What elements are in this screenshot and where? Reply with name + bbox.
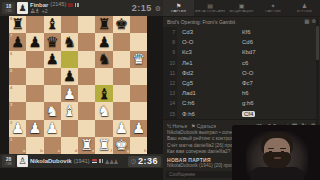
black-move[interactable]: Сd6: [237, 39, 297, 45]
white-move[interactable]: Сd3: [177, 29, 237, 35]
white-move[interactable]: Ф:h6: [177, 111, 237, 117]
move-number: 11: [163, 68, 177, 78]
square-f8[interactable]: ♜: [95, 16, 112, 33]
square-h6[interactable]: ♛: [130, 51, 147, 68]
square-a6[interactable]: 6: [9, 51, 26, 68]
black-move[interactable]: Кf6: [237, 29, 297, 35]
square-d5[interactable]: ♟: [61, 68, 78, 85]
move-list: 7Сd3Кf68О-ОСd69Кc3Кbd710Лe1c611Фd2О-О12С…: [163, 27, 320, 119]
top-player-rating: (2145): [50, 2, 66, 8]
piece-wP-c2: ♟: [44, 120, 61, 137]
move-number: 14: [163, 98, 177, 108]
black-move[interactable]: c6: [237, 60, 297, 66]
move-number: 13: [163, 88, 177, 98]
white-move[interactable]: Сg5: [177, 80, 237, 86]
chess-board[interactable]: 8♜♝♜♚7♟♟♛♞♟6♟♞♛5♟4♟♝3♞♝♞2♟♟♟♟♟1abcde♜f♜g…: [9, 16, 147, 154]
rank-coordinate: 7: [10, 34, 12, 38]
panel-tabs: ⚑ПАРТИЯ▤МЕТА-ОПИСАНИЕ▣МОДЕРАЦИЯ✦ПАРТИИ♟И…: [163, 0, 320, 17]
file-coordinate: g: [127, 149, 129, 153]
move-number: 9: [163, 47, 177, 57]
streamer-mouth: [274, 157, 281, 159]
avatar-piece-icon: ♙: [18, 157, 26, 166]
square-c3[interactable]: ♞: [44, 102, 61, 119]
list-icon: ▤: [207, 3, 213, 9]
black-move[interactable]: Сf4: [237, 111, 297, 117]
piece-bB-c8: ♝: [44, 16, 61, 33]
square-c1[interactable]: c: [44, 137, 61, 154]
top-player-flag-icon: [68, 3, 73, 7]
tab-игроки[interactable]: ♟ИГРОКИ: [289, 0, 320, 16]
square-a5[interactable]: 5: [9, 68, 26, 85]
square-d1[interactable]: d: [61, 137, 78, 154]
square-e4[interactable]: [78, 85, 95, 102]
move-row: 7Сd3Кf6: [163, 27, 320, 37]
square-d4[interactable]: ♟: [61, 85, 78, 102]
rank-coordinate: 4: [10, 86, 12, 90]
square-b1[interactable]: b: [26, 137, 43, 154]
piece-wN-f3: ♞: [95, 102, 112, 119]
piece-bP-c6: ♟: [44, 51, 61, 68]
square-g3[interactable]: [113, 102, 130, 119]
square-b3[interactable]: [26, 102, 43, 119]
square-d3[interactable]: ♝: [61, 102, 78, 119]
opening-row: Bird's Opening: From's Gambit ▦ ⊗: [163, 17, 320, 27]
square-f2[interactable]: [95, 120, 112, 137]
move-row: 10Лe1c6: [163, 58, 320, 68]
square-h7[interactable]: [130, 33, 147, 50]
file-coordinate: f: [110, 149, 111, 153]
tab-модерация[interactable]: ▣МОДЕРАЦИЯ: [226, 0, 257, 16]
top-avatar: ♟: [17, 2, 28, 14]
square-g1[interactable]: g♚: [113, 137, 130, 154]
square-e7[interactable]: [78, 33, 95, 50]
square-g4[interactable]: [113, 85, 130, 102]
black-move[interactable]: Кbd7: [237, 49, 297, 55]
bottom-player-flag-icon: [92, 159, 97, 163]
square-f1[interactable]: f♜: [95, 137, 112, 154]
square-d7[interactable]: ♞: [61, 33, 78, 50]
move-row: 8О-ОСd6: [163, 37, 320, 47]
square-h4[interactable]: [130, 85, 147, 102]
square-c7[interactable]: ♛: [44, 33, 61, 50]
bottom-signal-bars-icon: [99, 159, 103, 163]
white-move[interactable]: Лad1: [177, 90, 237, 96]
square-d8[interactable]: [61, 16, 78, 33]
square-a2[interactable]: 2♟: [9, 120, 26, 137]
bottom-player-bar: 28 #88 ♙ NikolaDubovik (1941) ♟♟♟ ◷ 2:36: [0, 154, 163, 168]
bottom-captured-pieces: ♟♟♟: [105, 158, 118, 165]
piece-bB-f4: ♝: [95, 85, 112, 102]
square-e6[interactable]: [78, 51, 95, 68]
square-g6[interactable]: [113, 51, 130, 68]
app-window: 18 #20 ♟ Finbar (2145) ♙♗ +2 2:15 ⚙ 8♜♝♜…: [0, 0, 320, 180]
piece-wP-h2: ♟: [130, 120, 147, 137]
square-c6[interactable]: ♟: [44, 51, 61, 68]
rank-coordinate: 2: [10, 121, 12, 125]
top-player-info: Finbar (2145) ♙♗ +2: [30, 2, 79, 14]
piece-bP-d5: ♟: [61, 68, 78, 85]
piece-wQ-h6: ♛: [130, 51, 147, 68]
square-c5[interactable]: [44, 68, 61, 85]
move-row: 9Кc3Кbd7: [163, 47, 320, 57]
square-d2[interactable]: [61, 120, 78, 137]
file-coordinate: e: [92, 149, 94, 153]
move-row: 11Фd2О-О: [163, 68, 320, 78]
square-b6[interactable]: [26, 51, 43, 68]
move-row: 12Сg5Фc7: [163, 78, 320, 88]
square-g7[interactable]: [113, 33, 130, 50]
square-e8[interactable]: [78, 16, 95, 33]
file-coordinate: h: [144, 149, 146, 153]
rank-coordinate: 5: [10, 69, 12, 73]
rank-coordinate: 6: [10, 52, 12, 56]
white-move[interactable]: Фd2: [177, 70, 237, 76]
piece-bR-f8: ♜: [95, 16, 112, 33]
square-a1[interactable]: 1a: [9, 137, 26, 154]
move-number: 15: [163, 109, 177, 119]
streamer-beard: [263, 152, 291, 168]
avatar-piece-icon: ♟: [18, 4, 26, 13]
square-h5[interactable]: [130, 68, 147, 85]
square-f4[interactable]: ♝: [95, 85, 112, 102]
tab-партия[interactable]: ⚑ПАРТИЯ: [163, 0, 194, 16]
square-b7[interactable]: ♟: [26, 33, 43, 50]
board-icon: ▣: [239, 3, 245, 9]
square-e3[interactable]: [78, 102, 95, 119]
square-h3[interactable]: [130, 102, 147, 119]
square-d6[interactable]: [61, 51, 78, 68]
rank-coordinate: 1: [10, 138, 12, 142]
black-move[interactable]: О-О: [237, 70, 297, 76]
square-f6[interactable]: ♞: [95, 51, 112, 68]
white-move[interactable]: Кc3: [177, 49, 237, 55]
clock-icon: ◷: [131, 158, 136, 164]
move-number: 8: [163, 37, 177, 47]
file-coordinate: c: [58, 149, 60, 153]
square-b5[interactable]: [26, 68, 43, 85]
top-player-badge: 18 #20: [2, 2, 15, 14]
top-material-advantage: +2: [42, 9, 48, 14]
opening-name: Bird's Opening: From's Gambit: [167, 19, 302, 25]
tab-партии[interactable]: ✦ПАРТИИ: [257, 0, 288, 16]
square-f5[interactable]: [95, 68, 112, 85]
top-signal-bars-icon: [75, 3, 79, 7]
bottom-player-clock: 2:36: [138, 156, 158, 166]
file-coordinate: a: [23, 149, 25, 153]
square-b8[interactable]: [26, 16, 43, 33]
piece-wN-c3: ♞: [44, 102, 61, 119]
piece-wP-b2: ♟: [26, 120, 43, 137]
piece-bN-d7: ♞: [61, 33, 78, 50]
top-player-clock: 2:15: [132, 3, 152, 13]
player-icon: ♟: [302, 3, 307, 9]
piece-bP-b7: ♟: [26, 33, 43, 50]
bottom-player-badge: 28 #88: [2, 155, 15, 167]
square-e5[interactable]: [78, 68, 95, 85]
top-badge-sub: #20: [5, 9, 12, 13]
top-captured-pieces: ♙♗: [30, 8, 39, 14]
move-number: 10: [163, 58, 177, 68]
piece-bQ-c7: ♛: [44, 33, 61, 50]
rank-coordinate: 8: [10, 17, 12, 21]
square-e1[interactable]: e♜: [78, 137, 95, 154]
square-e2[interactable]: [78, 120, 95, 137]
square-g8[interactable]: ♚: [113, 16, 130, 33]
star-icon: ✦: [270, 3, 275, 9]
black-move[interactable]: h6: [237, 90, 297, 96]
square-c4[interactable]: [44, 85, 61, 102]
white-move[interactable]: О-О: [177, 39, 237, 45]
move-number: 12: [163, 78, 177, 88]
move-row: 15Ф:h6Сf4: [163, 109, 320, 119]
move-row: 13Лad1h6: [163, 88, 320, 98]
board-settings-gear-icon[interactable]: ⚙: [155, 5, 161, 12]
piece-bN-f6: ♞: [95, 51, 112, 68]
webcam-overlay: [232, 125, 320, 180]
square-g5[interactable]: [113, 68, 130, 85]
bottom-badge-sub: #88: [5, 162, 12, 166]
file-coordinate: b: [40, 149, 42, 153]
square-b2[interactable]: ♟: [26, 120, 43, 137]
piece-bK-g8: ♚: [113, 16, 130, 33]
copy-board-icon[interactable]: ▦: [304, 19, 309, 25]
piece-wP-g2: ♟: [113, 120, 130, 137]
top-player-bar: 18 #20 ♟ Finbar (2145) ♙♗ +2 2:15 ⚙: [0, 0, 163, 16]
flag-icon: ⚑: [176, 3, 181, 9]
bottom-player-name[interactable]: NikolaDubovik: [30, 158, 72, 164]
square-c2[interactable]: ♟: [44, 120, 61, 137]
square-f3[interactable]: ♞: [95, 102, 112, 119]
square-b4[interactable]: [26, 85, 43, 102]
bottom-player-rating: (1941): [74, 158, 90, 164]
square-g2[interactable]: ♟: [113, 120, 130, 137]
square-a4[interactable]: 4: [9, 85, 26, 102]
bottom-avatar: ♙: [17, 155, 28, 167]
piece-bP-f7: ♟: [95, 33, 112, 50]
move-number: 7: [163, 27, 177, 37]
square-a3[interactable]: 3: [9, 102, 26, 119]
rank-coordinate: 3: [10, 103, 12, 107]
piece-wB-d3: ♝: [61, 102, 78, 119]
square-c8[interactable]: ♝: [44, 16, 61, 33]
white-move[interactable]: Лe1: [177, 60, 237, 66]
square-h8[interactable]: [130, 16, 147, 33]
square-a8[interactable]: 8♜: [9, 16, 26, 33]
piece-wP-d4: ♟: [61, 85, 78, 102]
tab-мета-описание[interactable]: ▤МЕТА-ОПИСАНИЕ: [194, 0, 225, 16]
move-row: 14С:h6g:h6: [163, 98, 320, 108]
file-coordinate: d: [75, 149, 77, 153]
square-h2[interactable]: ♟: [130, 120, 147, 137]
bottom-clock-box: ◷ 2:36: [128, 156, 161, 167]
square-f7[interactable]: ♟: [95, 33, 112, 50]
square-h1[interactable]: h: [130, 137, 147, 154]
streamer-torso: [250, 167, 304, 180]
black-move[interactable]: Фc7: [237, 80, 297, 86]
white-move[interactable]: С:h6: [177, 100, 237, 106]
square-a7[interactable]: 7♟: [9, 33, 26, 50]
black-move[interactable]: g:h6: [237, 100, 297, 106]
